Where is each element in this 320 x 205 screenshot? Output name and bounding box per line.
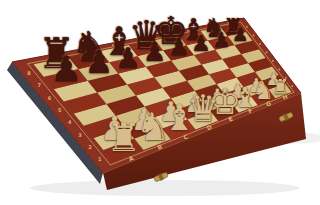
rank-label-7: 7: [38, 82, 42, 88]
frame-dot: [291, 85, 293, 87]
black-pawn-c7[interactable]: ♟: [115, 43, 141, 72]
black-pawn-h7[interactable]: ♟: [232, 27, 249, 45]
frame-dot: [253, 35, 255, 37]
rank-label-8: 8: [27, 70, 31, 76]
black-pawn-b7[interactable]: ♟: [85, 47, 113, 79]
chess-set-photo: A1B2C3D4E5F6G7H8 ♜♞♝♛♚♝♞♜♟♟♟♟♟♟♟♟♟♟♟♟♟♟♟…: [0, 0, 320, 205]
frame-dot: [266, 52, 268, 54]
rank-label-4: 4: [68, 119, 72, 125]
frame-dot: [259, 43, 261, 45]
rank-label-2: 2: [88, 144, 92, 150]
black-pawn-e7[interactable]: ♟: [168, 36, 189, 60]
black-pawn-g7[interactable]: ♟: [212, 30, 230, 50]
black-pawn-a7[interactable]: ♟: [51, 51, 82, 86]
rank-label-1: 1: [98, 156, 102, 162]
rank-label-3: 3: [78, 132, 82, 138]
white-rook-a1[interactable]: ♜: [107, 119, 142, 158]
frame-dot: [272, 60, 274, 62]
black-pawn-d7[interactable]: ♟: [143, 39, 166, 65]
board-shadow: [30, 180, 300, 196]
rank-label-5: 5: [58, 107, 62, 113]
rank-label-6: 6: [48, 95, 52, 101]
black-pawn-f7[interactable]: ♟: [191, 33, 211, 55]
